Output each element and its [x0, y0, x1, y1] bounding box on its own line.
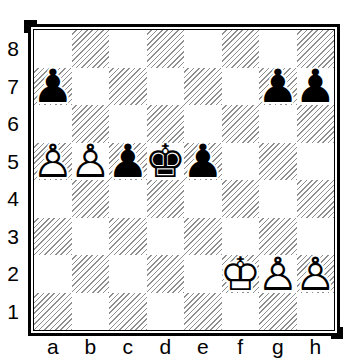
white-pawn-glyph: ♙ — [32, 138, 73, 184]
chess-diagram: 87654321 ♟♟♟♟♟♟♟♙♟♙♟♟♚♚♟♟♚♔♟♙♟♙ abcdefgh — [0, 0, 360, 360]
rank-label-2: 2 — [2, 255, 24, 293]
square-a3[interactable] — [34, 218, 72, 256]
square-e4[interactable] — [184, 180, 222, 218]
square-e2[interactable] — [184, 255, 222, 293]
square-c2[interactable] — [109, 255, 147, 293]
square-b3[interactable] — [72, 218, 110, 256]
square-d8[interactable] — [147, 30, 185, 68]
square-f7[interactable] — [222, 68, 260, 106]
square-b5[interactable]: ♟♙ — [72, 143, 110, 181]
square-c5[interactable]: ♟♟ — [109, 143, 147, 181]
white-pawn-h2[interactable]: ♟♙ — [297, 255, 335, 293]
white-pawn-b5[interactable]: ♟♙ — [72, 143, 110, 181]
board-squares: ♟♟♟♟♟♟♟♙♟♙♟♟♚♚♟♟♚♔♟♙♟♙ — [34, 30, 334, 330]
square-c4[interactable] — [109, 180, 147, 218]
square-h5[interactable] — [297, 143, 335, 181]
board-inner-border: ♟♟♟♟♟♟♟♙♟♙♟♟♚♚♟♟♚♔♟♙♟♙ — [33, 29, 335, 331]
square-f4[interactable] — [222, 180, 260, 218]
rank-label-4: 4 — [2, 180, 24, 218]
square-c8[interactable] — [109, 30, 147, 68]
black-pawn-glyph: ♟ — [182, 138, 223, 184]
file-label-d: d — [147, 336, 185, 358]
square-b8[interactable] — [72, 30, 110, 68]
square-b4[interactable] — [72, 180, 110, 218]
white-pawn-glyph: ♙ — [70, 138, 111, 184]
square-g7[interactable]: ♟♟ — [259, 68, 297, 106]
white-king-f2[interactable]: ♚♔ — [222, 255, 260, 293]
square-h1[interactable] — [297, 293, 335, 331]
square-b2[interactable] — [72, 255, 110, 293]
black-pawn-e5[interactable]: ♟♟ — [184, 143, 222, 181]
square-f6[interactable] — [222, 105, 260, 143]
square-a4[interactable] — [34, 180, 72, 218]
square-e8[interactable] — [184, 30, 222, 68]
rank-label-5: 5 — [2, 143, 24, 181]
file-label-h: h — [297, 336, 335, 358]
square-a7[interactable]: ♟♟ — [34, 68, 72, 106]
square-g6[interactable] — [259, 105, 297, 143]
rank-labels: 87654321 — [2, 30, 24, 330]
square-f1[interactable] — [222, 293, 260, 331]
square-h4[interactable] — [297, 180, 335, 218]
square-c3[interactable] — [109, 218, 147, 256]
black-pawn-glyph: ♟ — [295, 63, 336, 109]
black-pawn-a7[interactable]: ♟♟ — [34, 68, 72, 106]
square-b7[interactable] — [72, 68, 110, 106]
white-pawn-g2[interactable]: ♟♙ — [259, 255, 297, 293]
white-pawn-glyph: ♙ — [257, 251, 298, 297]
file-label-e: e — [184, 336, 222, 358]
white-pawn-a5[interactable]: ♟♙ — [34, 143, 72, 181]
rank-label-3: 3 — [2, 218, 24, 256]
square-a2[interactable] — [34, 255, 72, 293]
square-h6[interactable] — [297, 105, 335, 143]
square-a1[interactable] — [34, 293, 72, 331]
square-f8[interactable] — [222, 30, 260, 68]
white-pawn-glyph: ♙ — [295, 251, 336, 297]
rank-label-8: 8 — [2, 30, 24, 68]
square-h7[interactable]: ♟♟ — [297, 68, 335, 106]
rank-label-1: 1 — [2, 293, 24, 331]
rank-label-7: 7 — [2, 68, 24, 106]
square-e1[interactable] — [184, 293, 222, 331]
square-h2[interactable]: ♟♙ — [297, 255, 335, 293]
square-d7[interactable] — [147, 68, 185, 106]
square-g2[interactable]: ♟♙ — [259, 255, 297, 293]
black-king-glyph: ♚ — [145, 138, 186, 184]
square-b1[interactable] — [72, 293, 110, 331]
square-g5[interactable] — [259, 143, 297, 181]
square-a5[interactable]: ♟♙ — [34, 143, 72, 181]
black-pawn-glyph: ♟ — [32, 63, 73, 109]
square-c7[interactable] — [109, 68, 147, 106]
square-g1[interactable] — [259, 293, 297, 331]
black-pawn-c5[interactable]: ♟♟ — [109, 143, 147, 181]
board-frame: ♟♟♟♟♟♟♟♙♟♙♟♟♚♚♟♟♚♔♟♙♟♙ — [28, 24, 340, 336]
square-e3[interactable] — [184, 218, 222, 256]
white-king-glyph: ♔ — [220, 251, 261, 297]
square-e5[interactable]: ♟♟ — [184, 143, 222, 181]
square-d1[interactable] — [147, 293, 185, 331]
black-pawn-glyph: ♟ — [257, 63, 298, 109]
black-pawn-h7[interactable]: ♟♟ — [297, 68, 335, 106]
file-label-a: a — [34, 336, 72, 358]
black-pawn-glyph: ♟ — [107, 138, 148, 184]
file-label-f: f — [222, 336, 260, 358]
black-king-d5[interactable]: ♚♚ — [147, 143, 185, 181]
square-e7[interactable] — [184, 68, 222, 106]
file-label-c: c — [109, 336, 147, 358]
rank-label-6: 6 — [2, 105, 24, 143]
file-labels: abcdefgh — [34, 336, 334, 358]
square-d3[interactable] — [147, 218, 185, 256]
file-label-b: b — [72, 336, 110, 358]
square-d4[interactable] — [147, 180, 185, 218]
square-d5[interactable]: ♚♚ — [147, 143, 185, 181]
file-label-g: g — [259, 336, 297, 358]
square-f5[interactable] — [222, 143, 260, 181]
square-f2[interactable]: ♚♔ — [222, 255, 260, 293]
black-pawn-g7[interactable]: ♟♟ — [259, 68, 297, 106]
square-d2[interactable] — [147, 255, 185, 293]
square-g4[interactable] — [259, 180, 297, 218]
square-c1[interactable] — [109, 293, 147, 331]
